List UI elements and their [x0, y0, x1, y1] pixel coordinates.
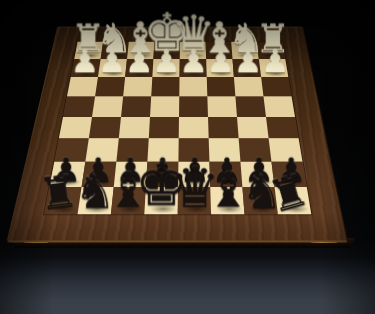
square-a5 [266, 117, 299, 139]
square-a8: ♜ [275, 187, 312, 214]
piece-white-pawn: ♟ [152, 45, 181, 77]
piece-white-pawn: ♟ [179, 45, 208, 77]
square-g3 [95, 77, 125, 96]
chess-photo-scene: ♜♞♝♚♛♝♞♜♟♟♟♟♟♟♟♟♟♟♟♟♟♟♟♟♜♞♝♚♛♝♞♜ [0, 0, 375, 314]
square-h5 [59, 117, 92, 139]
perspective-wrapper: ♜♞♝♚♛♝♞♜♟♟♟♟♟♟♟♟♟♟♟♟♟♟♟♟♜♞♝♚♛♝♞♜ [0, 0, 375, 314]
square-c5 [208, 117, 239, 139]
piece-white-pawn: ♟ [206, 45, 235, 77]
square-h3 [67, 77, 98, 96]
square-f4 [121, 96, 151, 117]
square-b2: ♟ [233, 59, 262, 77]
square-e5 [149, 117, 179, 139]
piece-white-pawn: ♟ [260, 45, 289, 77]
square-g4 [92, 96, 123, 117]
square-h4 [63, 96, 95, 117]
square-f3 [123, 77, 152, 96]
square-f2: ♟ [125, 59, 153, 77]
square-e3 [151, 77, 179, 96]
square-g2: ♟ [98, 59, 127, 77]
square-a3 [261, 77, 291, 96]
square-c4 [207, 96, 237, 117]
square-f5 [119, 117, 150, 139]
square-a2: ♟ [259, 59, 288, 77]
piece-white-pawn: ♟ [97, 45, 126, 77]
square-d5 [179, 117, 209, 139]
square-e2: ♟ [152, 59, 179, 77]
square-c8: ♝ [210, 187, 244, 214]
square-b4 [235, 96, 266, 117]
square-e4 [150, 96, 179, 117]
board-squares: ♜♞♝♚♛♝♞♜♟♟♟♟♟♟♟♟♟♟♟♟♟♟♟♟♜♞♝♚♛♝♞♜ [44, 42, 311, 214]
square-g5 [89, 117, 121, 139]
square-b3 [234, 77, 264, 96]
chess-board: ♜♞♝♚♛♝♞♜♟♟♟♟♟♟♟♟♟♟♟♟♟♟♟♟♜♞♝♚♛♝♞♜ [6, 27, 348, 243]
piece-white-pawn: ♟ [70, 45, 99, 77]
piece-white-pawn: ♟ [233, 45, 262, 77]
piece-white-pawn: ♟ [124, 45, 153, 77]
square-h2: ♟ [71, 59, 101, 77]
square-a4 [263, 96, 294, 117]
square-d3 [179, 77, 207, 96]
square-d2: ♟ [180, 59, 207, 77]
square-d4 [179, 96, 208, 117]
square-c3 [207, 77, 236, 96]
square-b5 [237, 117, 269, 139]
square-c2: ♟ [206, 59, 234, 77]
